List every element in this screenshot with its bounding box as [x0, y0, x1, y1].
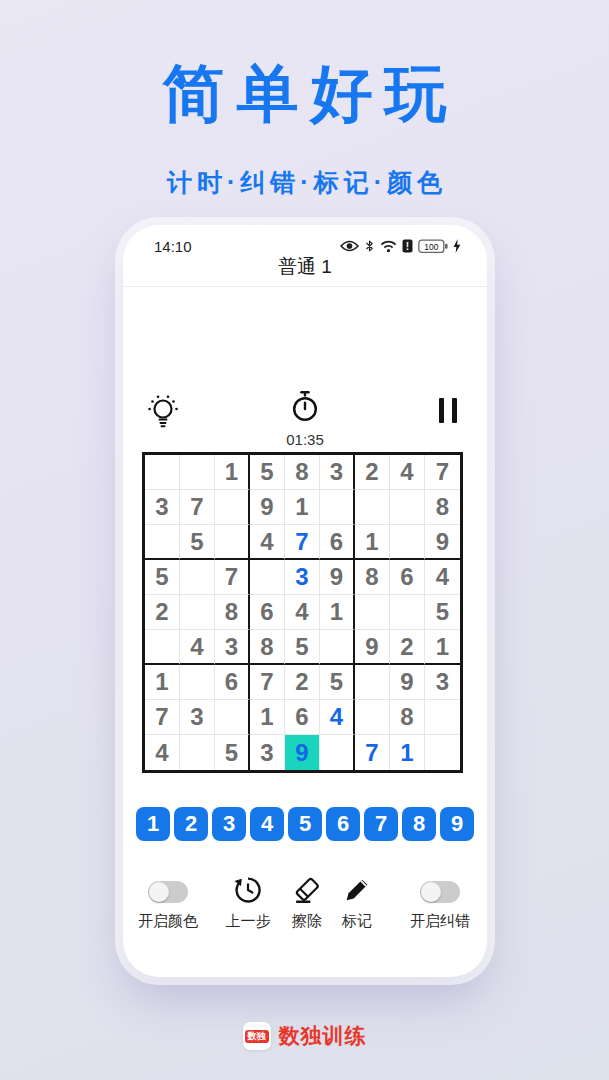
sudoku-cell-r9c1[interactable]: 4 [145, 735, 180, 770]
sudoku-cell-r4c8[interactable]: 6 [390, 560, 425, 595]
sudoku-cell-r7c7[interactable] [355, 665, 390, 700]
sudoku-cell-r9c6[interactable] [320, 735, 355, 770]
mark-label: 标记 [342, 912, 372, 931]
mark-button[interactable]: 标记 [341, 875, 373, 931]
app-logo-badge: 数独 [245, 1030, 269, 1043]
sudoku-cell-r7c2[interactable] [180, 665, 215, 700]
stopwatch-icon [287, 412, 323, 429]
bluetooth-icon [364, 238, 375, 254]
sudoku-cell-r1c8[interactable]: 4 [390, 455, 425, 490]
timer-value: 01:35 [123, 431, 487, 448]
sudoku-cell-r4c5[interactable]: 3 [285, 560, 320, 595]
sudoku-cell-r6c1[interactable] [145, 630, 180, 665]
sudoku-cell-r5c2[interactable] [180, 595, 215, 630]
pause-button[interactable] [439, 398, 457, 423]
sudoku-cell-r5c4[interactable]: 6 [250, 595, 285, 630]
sudoku-cell-r8c7[interactable] [355, 700, 390, 735]
sudoku-cell-r4c3[interactable]: 7 [215, 560, 250, 595]
sudoku-cell-r5c7[interactable] [355, 595, 390, 630]
sudoku-cell-r2c5[interactable]: 1 [285, 490, 320, 525]
error-check-toggle-control[interactable]: 开启纠错 [410, 875, 470, 931]
sudoku-cell-r7c3[interactable]: 6 [215, 665, 250, 700]
sudoku-cell-r8c2[interactable]: 3 [180, 700, 215, 735]
sudoku-cell-r1c5[interactable]: 8 [285, 455, 320, 490]
sudoku-cell-r3c7[interactable]: 1 [355, 525, 390, 560]
eye-icon [340, 239, 359, 253]
numpad-button-2[interactable]: 2 [174, 807, 208, 841]
sudoku-cell-r2c8[interactable] [390, 490, 425, 525]
toggle-knob [421, 882, 441, 902]
number-pad: 123456789 [123, 807, 487, 841]
sudoku-cell-r2c4[interactable]: 9 [250, 490, 285, 525]
sudoku-cell-r1c7[interactable]: 2 [355, 455, 390, 490]
sudoku-cell-r1c6[interactable]: 3 [320, 455, 355, 490]
sudoku-cell-r7c5[interactable]: 2 [285, 665, 320, 700]
sudoku-cell-r6c7[interactable]: 9 [355, 630, 390, 665]
sudoku-cell-r6c4[interactable]: 8 [250, 630, 285, 665]
hero-section: 简单好玩 计时·纠错·标记·颜色 [0, 0, 609, 199]
sudoku-cell-r2c2[interactable]: 7 [180, 490, 215, 525]
sudoku-cell-r5c3[interactable]: 8 [215, 595, 250, 630]
numpad-button-4[interactable]: 4 [250, 807, 284, 841]
sudoku-cell-r1c9[interactable]: 7 [425, 455, 460, 490]
sudoku-cell-r2c1[interactable]: 3 [145, 490, 180, 525]
sudoku-grid: 1583247379185476195739864286415438592116… [142, 452, 463, 773]
numpad-button-5[interactable]: 5 [288, 807, 322, 841]
color-toggle-label: 开启颜色 [138, 912, 198, 931]
sudoku-cell-r3c6[interactable]: 6 [320, 525, 355, 560]
color-toggle[interactable] [148, 881, 188, 903]
sudoku-cell-r1c4[interactable]: 5 [250, 455, 285, 490]
game-toolbar: 01:35 [123, 390, 487, 452]
pencil-icon [341, 874, 373, 910]
undo-button[interactable]: 上一步 [226, 875, 271, 931]
numpad-button-3[interactable]: 3 [212, 807, 246, 841]
sudoku-cell-r9c7[interactable]: 7 [355, 735, 390, 770]
sudoku-cell-r8c3[interactable] [215, 700, 250, 735]
sudoku-cell-r5c8[interactable] [390, 595, 425, 630]
level-title: 普通 1 [123, 254, 487, 280]
sudoku-cell-r3c2[interactable]: 5 [180, 525, 215, 560]
sudoku-cell-r4c9[interactable]: 4 [425, 560, 460, 595]
sudoku-cell-r8c8[interactable]: 8 [390, 700, 425, 735]
sudoku-cell-r9c5[interactable]: 9 [285, 735, 320, 770]
numpad-button-8[interactable]: 8 [402, 807, 436, 841]
sudoku-cell-r9c8[interactable]: 1 [390, 735, 425, 770]
sudoku-cell-r2c3[interactable] [215, 490, 250, 525]
numpad-button-7[interactable]: 7 [364, 807, 398, 841]
numpad-button-6[interactable]: 6 [326, 807, 360, 841]
svg-text:100: 100 [424, 242, 438, 252]
eraser-icon [290, 874, 324, 910]
sudoku-cell-r6c3[interactable]: 3 [215, 630, 250, 665]
sudoku-cell-r9c3[interactable]: 5 [215, 735, 250, 770]
timer-display: 01:35 [123, 390, 487, 448]
app-logo-icon: 数独 [243, 1022, 271, 1050]
hero-subtitle: 计时·纠错·标记·颜色 [0, 166, 609, 199]
pause-icon [439, 398, 444, 423]
sudoku-cell-r6c6[interactable] [320, 630, 355, 665]
sudoku-cell-r7c1[interactable]: 1 [145, 665, 180, 700]
sudoku-cell-r2c6[interactable] [320, 490, 355, 525]
status-bar: 14:10 ! 100 [154, 236, 461, 256]
sudoku-cell-r2c7[interactable] [355, 490, 390, 525]
app-name: 数独训练 [279, 1022, 367, 1050]
hero-title: 简单好玩 [0, 52, 609, 136]
sudoku-cell-r9c4[interactable]: 3 [250, 735, 285, 770]
sudoku-cell-r8c5[interactable]: 6 [285, 700, 320, 735]
sudoku-cell-r3c9[interactable]: 9 [425, 525, 460, 560]
sudoku-cell-r6c8[interactable]: 2 [390, 630, 425, 665]
sudoku-cell-r3c4[interactable]: 4 [250, 525, 285, 560]
battery-icon: 100 [418, 239, 448, 254]
sudoku-cell-r3c3[interactable] [215, 525, 250, 560]
undo-label: 上一步 [226, 912, 271, 931]
app-brand: 数独 数独训练 [0, 1022, 609, 1050]
sudoku-cell-r9c2[interactable] [180, 735, 215, 770]
wifi-icon [380, 239, 397, 253]
numpad-button-1[interactable]: 1 [136, 807, 170, 841]
sudoku-cell-r4c1[interactable]: 5 [145, 560, 180, 595]
sudoku-cell-r4c6[interactable]: 9 [320, 560, 355, 595]
error-check-toggle-label: 开启纠错 [410, 912, 470, 931]
sudoku-cell-r7c4[interactable]: 7 [250, 665, 285, 700]
sudoku-cell-r8c9[interactable] [425, 700, 460, 735]
sudoku-cell-r8c4[interactable]: 1 [250, 700, 285, 735]
sudoku-cell-r4c2[interactable] [180, 560, 215, 595]
erase-label: 擦除 [292, 912, 322, 931]
status-icons: ! 100 [340, 238, 461, 254]
sudoku-cell-r9c9[interactable] [425, 735, 460, 770]
sudoku-cell-r6c9[interactable]: 1 [425, 630, 460, 665]
sudoku-cell-r7c8[interactable]: 9 [390, 665, 425, 700]
error-check-toggle[interactable] [420, 881, 460, 903]
title-divider [123, 286, 487, 287]
phone-mockup: 14:10 ! 100 普通 1 [123, 225, 487, 977]
sudoku-cell-r7c9[interactable]: 3 [425, 665, 460, 700]
bottom-controls: 开启颜色 上一步 [123, 875, 487, 937]
sudoku-cell-r3c8[interactable] [390, 525, 425, 560]
sudoku-cell-r8c6[interactable]: 4 [320, 700, 355, 735]
sudoku-cell-r7c6[interactable]: 5 [320, 665, 355, 700]
pause-icon [452, 398, 457, 423]
charging-bolt-icon [453, 239, 461, 253]
sudoku-cell-r3c1[interactable] [145, 525, 180, 560]
sudoku-cell-r6c2[interactable]: 4 [180, 630, 215, 665]
sudoku-cell-r2c9[interactable]: 8 [425, 490, 460, 525]
sudoku-cell-r4c7[interactable]: 8 [355, 560, 390, 595]
toggle-knob [149, 882, 169, 902]
svg-text:!: ! [406, 241, 409, 252]
sudoku-cell-r5c6[interactable]: 1 [320, 595, 355, 630]
erase-button[interactable]: 擦除 [290, 875, 324, 931]
numpad-button-9[interactable]: 9 [440, 807, 474, 841]
sudoku-cell-r8c1[interactable]: 7 [145, 700, 180, 735]
sudoku-cell-r6c5[interactable]: 5 [285, 630, 320, 665]
sudoku-cell-r1c1[interactable] [145, 455, 180, 490]
sudoku-cell-r5c5[interactable]: 4 [285, 595, 320, 630]
sudoku-cell-r1c3[interactable]: 1 [215, 455, 250, 490]
undo-history-icon [232, 874, 265, 911]
clock-time: 14:10 [154, 238, 192, 255]
sudoku-cell-r5c9[interactable]: 5 [425, 595, 460, 630]
sudoku-cell-r4c4[interactable] [250, 560, 285, 595]
sudoku-cell-r3c5[interactable]: 7 [285, 525, 320, 560]
sudoku-cell-r5c1[interactable]: 2 [145, 595, 180, 630]
color-toggle-control[interactable]: 开启颜色 [138, 875, 198, 931]
sudoku-cell-r1c2[interactable] [180, 455, 215, 490]
sim-alert-icon: ! [402, 239, 413, 253]
